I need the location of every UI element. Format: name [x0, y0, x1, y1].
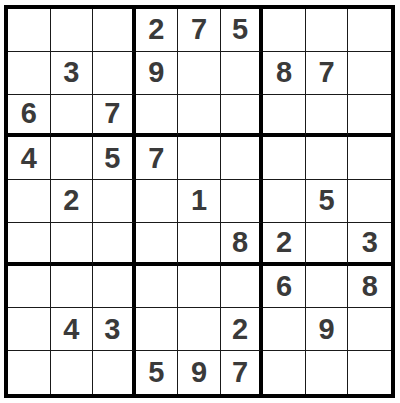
- cell-r3c1[interactable]: 6: [8, 95, 51, 138]
- cell-r8c8[interactable]: 9: [306, 308, 349, 351]
- cell-r8c3[interactable]: 3: [93, 308, 136, 351]
- cell-r8c2[interactable]: 4: [51, 308, 94, 351]
- cell-r6c5[interactable]: [178, 223, 221, 266]
- cell-r9c6[interactable]: 7: [221, 351, 264, 394]
- cell-r5c7[interactable]: [263, 180, 306, 223]
- cell-r4c7[interactable]: [263, 137, 306, 180]
- cell-r1c2[interactable]: [51, 9, 94, 52]
- cell-r5c9[interactable]: [348, 180, 391, 223]
- cell-r2c5[interactable]: [178, 52, 221, 95]
- cell-r7c7[interactable]: 6: [263, 266, 306, 309]
- cell-r4c2[interactable]: [51, 137, 94, 180]
- cell-r2c1[interactable]: [8, 52, 51, 95]
- cell-r3c7[interactable]: [263, 95, 306, 138]
- cell-r7c4[interactable]: [136, 266, 179, 309]
- cell-r7c6[interactable]: [221, 266, 264, 309]
- cell-r5c6[interactable]: [221, 180, 264, 223]
- sudoku-board: 275398767457215823684329597: [4, 5, 395, 398]
- cell-r3c5[interactable]: [178, 95, 221, 138]
- cell-r8c6[interactable]: 2: [221, 308, 264, 351]
- cell-r5c4[interactable]: [136, 180, 179, 223]
- cell-r4c3[interactable]: 5: [93, 137, 136, 180]
- cell-r1c5[interactable]: 7: [178, 9, 221, 52]
- cell-r8c4[interactable]: [136, 308, 179, 351]
- cell-r9c1[interactable]: [8, 351, 51, 394]
- cell-r5c8[interactable]: 5: [306, 180, 349, 223]
- cell-r9c5[interactable]: 9: [178, 351, 221, 394]
- cell-r1c6[interactable]: 5: [221, 9, 264, 52]
- cell-r7c5[interactable]: [178, 266, 221, 309]
- cell-r4c4[interactable]: 7: [136, 137, 179, 180]
- cell-r8c9[interactable]: [348, 308, 391, 351]
- cell-r3c8[interactable]: [306, 95, 349, 138]
- cell-r6c3[interactable]: [93, 223, 136, 266]
- cell-r1c9[interactable]: [348, 9, 391, 52]
- cell-r6c8[interactable]: [306, 223, 349, 266]
- cell-r1c7[interactable]: [263, 9, 306, 52]
- cell-r9c8[interactable]: [306, 351, 349, 394]
- cell-r5c3[interactable]: [93, 180, 136, 223]
- cell-r4c6[interactable]: [221, 137, 264, 180]
- cell-r9c9[interactable]: [348, 351, 391, 394]
- cell-r5c1[interactable]: [8, 180, 51, 223]
- cell-r2c6[interactable]: [221, 52, 264, 95]
- cell-r7c1[interactable]: [8, 266, 51, 309]
- cell-r3c3[interactable]: 7: [93, 95, 136, 138]
- cell-r4c8[interactable]: [306, 137, 349, 180]
- cell-r6c2[interactable]: [51, 223, 94, 266]
- cell-r9c4[interactable]: 5: [136, 351, 179, 394]
- cell-r5c2[interactable]: 2: [51, 180, 94, 223]
- cell-r6c9[interactable]: 3: [348, 223, 391, 266]
- cell-r4c1[interactable]: 4: [8, 137, 51, 180]
- cell-r7c8[interactable]: [306, 266, 349, 309]
- cell-r7c3[interactable]: [93, 266, 136, 309]
- cell-r1c8[interactable]: [306, 9, 349, 52]
- cell-r1c4[interactable]: 2: [136, 9, 179, 52]
- cell-r7c9[interactable]: 8: [348, 266, 391, 309]
- cell-r4c5[interactable]: [178, 137, 221, 180]
- cell-r8c1[interactable]: [8, 308, 51, 351]
- cell-r3c9[interactable]: [348, 95, 391, 138]
- cell-r5c5[interactable]: 1: [178, 180, 221, 223]
- cell-r1c1[interactable]: [8, 9, 51, 52]
- cell-r4c9[interactable]: [348, 137, 391, 180]
- cell-r9c2[interactable]: [51, 351, 94, 394]
- cell-r2c4[interactable]: 9: [136, 52, 179, 95]
- cell-r3c2[interactable]: [51, 95, 94, 138]
- cell-r6c4[interactable]: [136, 223, 179, 266]
- cell-r7c2[interactable]: [51, 266, 94, 309]
- cell-r3c4[interactable]: [136, 95, 179, 138]
- cell-r2c7[interactable]: 8: [263, 52, 306, 95]
- cell-r2c9[interactable]: [348, 52, 391, 95]
- cell-r2c3[interactable]: [93, 52, 136, 95]
- cell-r9c3[interactable]: [93, 351, 136, 394]
- cell-r6c7[interactable]: 2: [263, 223, 306, 266]
- cell-r9c7[interactable]: [263, 351, 306, 394]
- cell-r2c2[interactable]: 3: [51, 52, 94, 95]
- cell-r6c1[interactable]: [8, 223, 51, 266]
- cell-r1c3[interactable]: [93, 9, 136, 52]
- cell-r6c6[interactable]: 8: [221, 223, 264, 266]
- cell-r3c6[interactable]: [221, 95, 264, 138]
- cell-r8c7[interactable]: [263, 308, 306, 351]
- cell-r8c5[interactable]: [178, 308, 221, 351]
- cell-r2c8[interactable]: 7: [306, 52, 349, 95]
